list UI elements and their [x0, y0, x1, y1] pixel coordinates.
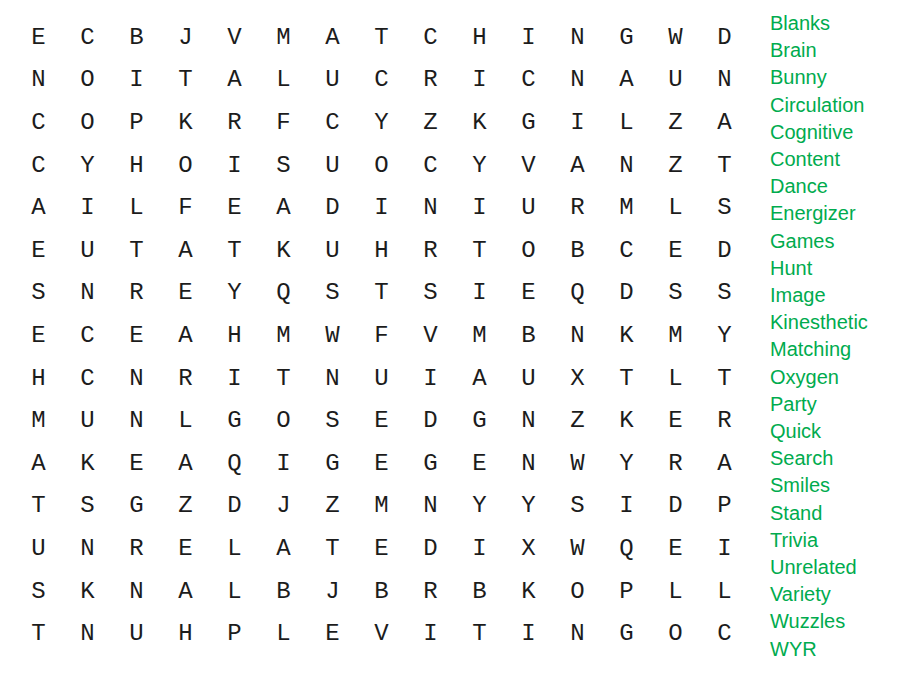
- grid-cell[interactable]: O: [357, 144, 406, 187]
- word-list-item: Oxygen: [770, 364, 868, 391]
- grid-cell[interactable]: Y: [602, 442, 651, 485]
- word-list-item: WYR: [770, 636, 868, 663]
- word-list-item: Search: [770, 445, 868, 472]
- grid-cell[interactable]: Y: [455, 485, 504, 528]
- grid-cell[interactable]: J: [259, 485, 308, 528]
- grid-cell[interactable]: N: [553, 59, 602, 102]
- grid-cell[interactable]: G: [602, 16, 651, 59]
- grid-cell[interactable]: S: [259, 144, 308, 187]
- grid-cell[interactable]: D: [651, 485, 700, 528]
- grid-cell[interactable]: N: [553, 16, 602, 59]
- grid-cell[interactable]: F: [259, 101, 308, 144]
- grid-cell[interactable]: I: [406, 357, 455, 400]
- grid-cell[interactable]: N: [553, 314, 602, 357]
- grid-cell[interactable]: K: [63, 442, 112, 485]
- grid-cell[interactable]: L: [112, 186, 161, 229]
- grid-cell[interactable]: L: [161, 399, 210, 442]
- grid-cell[interactable]: T: [455, 612, 504, 655]
- grid-cell[interactable]: G: [602, 612, 651, 655]
- grid-cell[interactable]: U: [112, 612, 161, 655]
- word-list-item: Matching: [770, 336, 868, 363]
- grid-cell[interactable]: A: [308, 16, 357, 59]
- grid-cell[interactable]: N: [112, 399, 161, 442]
- grid-cell[interactable]: C: [406, 16, 455, 59]
- grid-cell[interactable]: N: [406, 485, 455, 528]
- grid-cell[interactable]: W: [553, 527, 602, 570]
- grid-cell[interactable]: T: [602, 357, 651, 400]
- grid-cell[interactable]: I: [602, 485, 651, 528]
- word-list-item: Unrelated: [770, 554, 868, 581]
- grid-cell[interactable]: C: [700, 612, 749, 655]
- grid-cell[interactable]: V: [210, 16, 259, 59]
- grid-cell[interactable]: A: [210, 59, 259, 102]
- word-list-item: Bunny: [770, 64, 868, 91]
- grid-cell[interactable]: D: [210, 485, 259, 528]
- grid-cell[interactable]: G: [455, 399, 504, 442]
- grid-cell[interactable]: Z: [651, 144, 700, 187]
- grid-cell[interactable]: N: [63, 612, 112, 655]
- grid-cell[interactable]: N: [63, 527, 112, 570]
- grid-cell[interactable]: H: [357, 229, 406, 272]
- grid-cell[interactable]: I: [210, 144, 259, 187]
- word-list-item: Energizer: [770, 200, 868, 227]
- grid-cell[interactable]: K: [602, 399, 651, 442]
- word-list-item: Image: [770, 282, 868, 309]
- grid-cell[interactable]: S: [14, 570, 63, 613]
- grid-cell[interactable]: P: [112, 101, 161, 144]
- grid-cell[interactable]: N: [504, 399, 553, 442]
- grid-cell[interactable]: C: [14, 144, 63, 187]
- grid-cell[interactable]: A: [161, 570, 210, 613]
- grid-cell[interactable]: O: [651, 612, 700, 655]
- grid-cell[interactable]: M: [602, 186, 651, 229]
- grid-cell[interactable]: U: [308, 144, 357, 187]
- grid-cell[interactable]: I: [357, 186, 406, 229]
- grid-cell[interactable]: N: [602, 144, 651, 187]
- grid-cell[interactable]: I: [259, 442, 308, 485]
- word-list-item: Dance: [770, 173, 868, 200]
- word-list-item: Kinesthetic: [770, 309, 868, 336]
- grid-cell[interactable]: Q: [210, 442, 259, 485]
- grid-cell[interactable]: B: [553, 229, 602, 272]
- grid-cell[interactable]: D: [700, 16, 749, 59]
- grid-cell[interactable]: U: [651, 59, 700, 102]
- grid-cell[interactable]: E: [651, 229, 700, 272]
- grid-cell[interactable]: G: [504, 101, 553, 144]
- grid-cell[interactable]: K: [63, 570, 112, 613]
- grid-cell[interactable]: R: [161, 357, 210, 400]
- grid-cell[interactable]: A: [553, 144, 602, 187]
- grid-cell[interactable]: U: [14, 527, 63, 570]
- grid-cell[interactable]: K: [161, 101, 210, 144]
- grid-cell[interactable]: O: [161, 144, 210, 187]
- grid-cell[interactable]: U: [504, 186, 553, 229]
- grid-cell[interactable]: L: [259, 59, 308, 102]
- grid-cell[interactable]: C: [357, 59, 406, 102]
- grid-cell[interactable]: S: [308, 272, 357, 315]
- grid-cell[interactable]: I: [455, 527, 504, 570]
- grid-cell[interactable]: L: [210, 527, 259, 570]
- grid-cell[interactable]: U: [63, 399, 112, 442]
- grid-cell[interactable]: I: [700, 527, 749, 570]
- word-list-item: Content: [770, 146, 868, 173]
- grid-cell[interactable]: W: [553, 442, 602, 485]
- grid-cell[interactable]: F: [161, 186, 210, 229]
- grid-cell[interactable]: I: [504, 612, 553, 655]
- grid-cell[interactable]: E: [161, 272, 210, 315]
- grid-cell[interactable]: R: [112, 272, 161, 315]
- grid-cell[interactable]: E: [357, 399, 406, 442]
- grid-cell[interactable]: M: [455, 314, 504, 357]
- grid-cell[interactable]: D: [406, 399, 455, 442]
- grid-cell[interactable]: O: [63, 101, 112, 144]
- grid-cell[interactable]: W: [651, 16, 700, 59]
- grid-cell[interactable]: M: [259, 314, 308, 357]
- grid-cell[interactable]: D: [602, 272, 651, 315]
- grid-cell[interactable]: R: [406, 570, 455, 613]
- grid-cell[interactable]: E: [357, 527, 406, 570]
- grid-cell[interactable]: H: [455, 16, 504, 59]
- grid-cell[interactable]: U: [357, 357, 406, 400]
- grid-cell[interactable]: S: [308, 399, 357, 442]
- grid-cell[interactable]: L: [651, 570, 700, 613]
- word-list-item: Variety: [770, 581, 868, 608]
- grid-cell[interactable]: H: [210, 314, 259, 357]
- word-list-item: Hunt: [770, 255, 868, 282]
- grid-cell[interactable]: T: [259, 357, 308, 400]
- grid-cell[interactable]: Q: [259, 272, 308, 315]
- word-list-item: Games: [770, 228, 868, 255]
- grid-cell[interactable]: A: [161, 442, 210, 485]
- grid-cell[interactable]: M: [651, 314, 700, 357]
- grid-cell[interactable]: R: [553, 186, 602, 229]
- grid-cell[interactable]: A: [161, 314, 210, 357]
- grid-cell[interactable]: I: [553, 101, 602, 144]
- grid-cell[interactable]: U: [504, 357, 553, 400]
- grid-cell[interactable]: J: [161, 16, 210, 59]
- grid-cell[interactable]: C: [602, 229, 651, 272]
- grid-cell[interactable]: Q: [602, 527, 651, 570]
- grid-cell[interactable]: E: [112, 314, 161, 357]
- grid-cell[interactable]: E: [14, 16, 63, 59]
- grid-cell[interactable]: E: [161, 527, 210, 570]
- grid-cell[interactable]: C: [406, 144, 455, 187]
- grid-cell[interactable]: I: [112, 59, 161, 102]
- grid-cell[interactable]: E: [14, 314, 63, 357]
- grid-cell[interactable]: T: [308, 527, 357, 570]
- grid-cell[interactable]: M: [357, 485, 406, 528]
- grid-cell[interactable]: S: [651, 272, 700, 315]
- grid-cell[interactable]: A: [161, 229, 210, 272]
- grid-cell[interactable]: E: [455, 442, 504, 485]
- grid-cell[interactable]: K: [504, 570, 553, 613]
- grid-cell[interactable]: T: [112, 229, 161, 272]
- grid-cell[interactable]: I: [455, 186, 504, 229]
- grid-cell[interactable]: A: [14, 442, 63, 485]
- grid-cell[interactable]: I: [455, 59, 504, 102]
- word-list-item: Wuzzles: [770, 608, 868, 635]
- grid-cell[interactable]: A: [259, 527, 308, 570]
- grid-cell[interactable]: X: [504, 527, 553, 570]
- grid-cell[interactable]: R: [210, 101, 259, 144]
- grid-cell[interactable]: A: [259, 186, 308, 229]
- grid-cell[interactable]: B: [455, 570, 504, 613]
- grid-cell[interactable]: H: [112, 144, 161, 187]
- grid-cell[interactable]: U: [308, 59, 357, 102]
- grid-cell[interactable]: U: [63, 229, 112, 272]
- grid-cell[interactable]: Y: [63, 144, 112, 187]
- grid-cell[interactable]: H: [14, 357, 63, 400]
- grid-cell[interactable]: Q: [553, 272, 602, 315]
- grid-cell[interactable]: O: [259, 399, 308, 442]
- grid-cell[interactable]: T: [14, 485, 63, 528]
- grid-cell[interactable]: G: [112, 485, 161, 528]
- grid-cell[interactable]: E: [14, 229, 63, 272]
- grid-cell[interactable]: B: [357, 570, 406, 613]
- grid-cell[interactable]: L: [602, 101, 651, 144]
- grid-cell[interactable]: S: [14, 272, 63, 315]
- grid-cell[interactable]: D: [406, 527, 455, 570]
- grid-cell[interactable]: N: [406, 186, 455, 229]
- grid-cell[interactable]: R: [651, 442, 700, 485]
- grid-cell[interactable]: Y: [210, 272, 259, 315]
- grid-cell[interactable]: D: [700, 229, 749, 272]
- grid-cell[interactable]: K: [259, 229, 308, 272]
- grid-cell[interactable]: O: [63, 59, 112, 102]
- grid-cell[interactable]: L: [651, 186, 700, 229]
- grid-cell[interactable]: R: [406, 59, 455, 102]
- grid-cell[interactable]: X: [553, 357, 602, 400]
- grid-cell[interactable]: Z: [406, 101, 455, 144]
- grid-cell[interactable]: C: [308, 101, 357, 144]
- grid-cell[interactable]: Y: [455, 144, 504, 187]
- grid-cell[interactable]: I: [406, 612, 455, 655]
- grid-cell[interactable]: C: [63, 357, 112, 400]
- grid-cell[interactable]: I: [210, 357, 259, 400]
- grid-cell[interactable]: T: [700, 357, 749, 400]
- grid-cell[interactable]: P: [700, 485, 749, 528]
- grid-cell[interactable]: N: [308, 357, 357, 400]
- grid-cell[interactable]: S: [63, 485, 112, 528]
- grid-cell[interactable]: N: [14, 59, 63, 102]
- grid-cell[interactable]: V: [504, 144, 553, 187]
- word-list-item: Quick: [770, 418, 868, 445]
- word-list-item: Brain: [770, 37, 868, 64]
- grid-cell[interactable]: S: [406, 272, 455, 315]
- grid-cell[interactable]: E: [651, 399, 700, 442]
- grid-cell[interactable]: P: [602, 570, 651, 613]
- word-list-item: Party: [770, 391, 868, 418]
- grid-cell[interactable]: O: [504, 229, 553, 272]
- grid-cell[interactable]: E: [308, 612, 357, 655]
- grid-cell[interactable]: L: [700, 570, 749, 613]
- grid-cell[interactable]: T: [161, 59, 210, 102]
- grid-cell[interactable]: Z: [651, 101, 700, 144]
- word-list-item: Trivia: [770, 527, 868, 554]
- grid-cell[interactable]: H: [161, 612, 210, 655]
- grid-cell[interactable]: C: [14, 101, 63, 144]
- grid-cell[interactable]: N: [112, 570, 161, 613]
- grid-cell[interactable]: R: [700, 399, 749, 442]
- grid-cell[interactable]: A: [14, 186, 63, 229]
- grid-cell[interactable]: I: [504, 16, 553, 59]
- grid-cell[interactable]: D: [308, 186, 357, 229]
- grid-cell[interactable]: N: [112, 357, 161, 400]
- grid-cell[interactable]: E: [504, 272, 553, 315]
- grid-cell[interactable]: N: [504, 442, 553, 485]
- grid-cell[interactable]: S: [700, 186, 749, 229]
- grid-cell[interactable]: V: [406, 314, 455, 357]
- grid-cell[interactable]: M: [259, 16, 308, 59]
- grid-cell[interactable]: V: [357, 612, 406, 655]
- grid-cell[interactable]: Z: [161, 485, 210, 528]
- grid-cell[interactable]: T: [700, 144, 749, 187]
- grid-cell[interactable]: G: [308, 442, 357, 485]
- grid-cell[interactable]: I: [63, 186, 112, 229]
- word-search-grid[interactable]: ECBJVMATCHINGWDNOITALUCRICNAUNCOPKRFCYZK…: [14, 16, 749, 655]
- grid-cell[interactable]: T: [14, 612, 63, 655]
- word-list: BlanksBrainBunnyCirculationCognitiveCont…: [770, 10, 868, 663]
- grid-cell[interactable]: F: [357, 314, 406, 357]
- grid-cell[interactable]: S: [553, 485, 602, 528]
- grid-cell[interactable]: Y: [357, 101, 406, 144]
- grid-cell[interactable]: K: [455, 101, 504, 144]
- grid-cell[interactable]: E: [112, 442, 161, 485]
- grid-cell[interactable]: E: [357, 442, 406, 485]
- grid-cell[interactable]: U: [308, 229, 357, 272]
- grid-cell[interactable]: R: [406, 229, 455, 272]
- grid-cell[interactable]: B: [259, 570, 308, 613]
- grid-cell[interactable]: L: [651, 357, 700, 400]
- grid-cell[interactable]: C: [63, 16, 112, 59]
- word-list-item: Cognitive: [770, 119, 868, 146]
- grid-cell[interactable]: N: [700, 59, 749, 102]
- grid-cell[interactable]: T: [455, 229, 504, 272]
- grid-cell[interactable]: E: [210, 186, 259, 229]
- grid-cell[interactable]: M: [14, 399, 63, 442]
- grid-cell[interactable]: W: [308, 314, 357, 357]
- grid-cell[interactable]: B: [112, 16, 161, 59]
- grid-cell[interactable]: K: [602, 314, 651, 357]
- grid-cell[interactable]: T: [357, 272, 406, 315]
- grid-cell[interactable]: C: [63, 314, 112, 357]
- grid-cell[interactable]: O: [553, 570, 602, 613]
- grid-cell[interactable]: L: [259, 612, 308, 655]
- grid-cell[interactable]: N: [63, 272, 112, 315]
- grid-cell[interactable]: R: [112, 527, 161, 570]
- grid-cell[interactable]: T: [210, 229, 259, 272]
- grid-cell[interactable]: A: [455, 357, 504, 400]
- grid-cell[interactable]: N: [553, 612, 602, 655]
- grid-cell[interactable]: I: [455, 272, 504, 315]
- grid-cell[interactable]: E: [651, 527, 700, 570]
- grid-cell[interactable]: B: [504, 314, 553, 357]
- grid-cell[interactable]: A: [700, 442, 749, 485]
- word-list-item: Smiles: [770, 472, 868, 499]
- grid-cell[interactable]: Y: [700, 314, 749, 357]
- grid-cell[interactable]: Z: [308, 485, 357, 528]
- grid-cell[interactable]: A: [700, 101, 749, 144]
- grid-cell[interactable]: S: [700, 272, 749, 315]
- grid-cell[interactable]: C: [504, 59, 553, 102]
- grid-cell[interactable]: G: [406, 442, 455, 485]
- word-list-item: Circulation: [770, 92, 868, 119]
- grid-cell[interactable]: A: [602, 59, 651, 102]
- grid-cell[interactable]: T: [357, 16, 406, 59]
- grid-cell[interactable]: J: [308, 570, 357, 613]
- grid-cell[interactable]: Y: [504, 485, 553, 528]
- grid-cell[interactable]: G: [210, 399, 259, 442]
- grid-cell[interactable]: Z: [553, 399, 602, 442]
- word-list-item: Stand: [770, 500, 868, 527]
- grid-cell[interactable]: P: [210, 612, 259, 655]
- grid-cell[interactable]: L: [210, 570, 259, 613]
- word-list-item: Blanks: [770, 10, 868, 37]
